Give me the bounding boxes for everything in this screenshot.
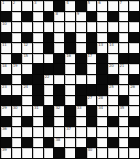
black-cell	[1, 96, 11, 106]
black-cell	[97, 85, 107, 95]
white-cell[interactable]	[65, 12, 75, 22]
black-cell	[33, 64, 43, 74]
black-cell	[33, 85, 43, 95]
white-cell[interactable]	[22, 148, 32, 158]
white-cell[interactable]	[12, 75, 22, 85]
white-cell[interactable]	[44, 148, 54, 158]
black-cell	[76, 64, 86, 74]
white-cell[interactable]	[44, 22, 54, 32]
white-cell[interactable]: 24	[22, 85, 32, 95]
black-cell	[1, 138, 11, 148]
white-cell[interactable]: 1	[1, 1, 11, 11]
white-cell[interactable]	[12, 85, 22, 95]
clue-number: 32	[55, 106, 60, 110]
black-cell	[129, 54, 139, 64]
white-cell[interactable]	[22, 64, 32, 74]
clue-number: 16	[66, 54, 71, 58]
white-cell[interactable]: 4	[65, 1, 75, 11]
white-cell[interactable]	[129, 43, 139, 53]
black-cell	[44, 64, 54, 74]
clue-number: 40	[88, 148, 93, 152]
white-cell[interactable]	[97, 117, 107, 127]
white-cell[interactable]	[87, 22, 97, 32]
black-cell	[129, 75, 139, 85]
clue-number: 15	[23, 54, 28, 58]
black-cell	[22, 117, 32, 127]
clue-number: 26	[130, 85, 135, 89]
clue-number: 37	[66, 127, 71, 131]
white-cell[interactable]: 12	[22, 43, 32, 53]
white-cell[interactable]	[12, 33, 22, 43]
white-cell[interactable]	[119, 33, 129, 43]
white-cell[interactable]	[129, 64, 139, 74]
white-cell[interactable]	[12, 43, 22, 53]
clue-number: 20	[109, 64, 114, 68]
clue-number: 21	[120, 64, 125, 68]
clue-number: 3	[34, 1, 36, 5]
black-cell	[1, 12, 11, 22]
black-cell	[129, 12, 139, 22]
white-cell[interactable]: 30	[12, 106, 22, 116]
white-cell[interactable]	[129, 22, 139, 32]
white-cell[interactable]: 9	[76, 12, 86, 22]
white-cell[interactable]	[33, 12, 43, 22]
white-cell[interactable]	[54, 127, 64, 137]
black-cell	[87, 138, 97, 148]
black-cell	[44, 106, 54, 116]
black-cell	[22, 75, 32, 85]
black-cell	[87, 117, 97, 127]
black-cell	[108, 12, 118, 22]
white-cell[interactable]	[12, 117, 22, 127]
white-cell[interactable]: 7	[119, 1, 129, 11]
white-cell[interactable]	[129, 148, 139, 158]
white-cell[interactable]	[108, 1, 118, 11]
white-cell[interactable]: 2	[12, 1, 22, 11]
black-cell	[119, 96, 129, 106]
white-cell[interactable]	[44, 85, 54, 95]
black-cell	[76, 148, 86, 158]
clue-number: 12	[23, 43, 28, 47]
white-cell[interactable]	[119, 85, 129, 95]
white-cell[interactable]	[65, 64, 75, 74]
black-cell	[54, 64, 64, 74]
clue-number: 27	[88, 96, 93, 100]
white-cell[interactable]	[44, 96, 54, 106]
clue-number: 30	[13, 106, 18, 110]
white-cell[interactable]	[119, 138, 129, 148]
clue-number: 34	[98, 106, 103, 110]
white-cell[interactable]	[76, 33, 86, 43]
white-cell[interactable]: 37	[65, 127, 75, 137]
black-cell	[1, 117, 11, 127]
clue-number: 19	[13, 64, 18, 68]
black-cell	[54, 1, 64, 11]
white-cell[interactable]: 20	[108, 64, 118, 74]
white-cell[interactable]: 39	[1, 148, 11, 158]
black-cell	[65, 106, 75, 116]
clue-number: 13	[98, 43, 103, 47]
white-cell[interactable]	[12, 127, 22, 137]
white-cell[interactable]	[108, 127, 118, 137]
white-cell[interactable]	[97, 138, 107, 148]
white-cell[interactable]	[87, 75, 97, 85]
white-cell[interactable]	[33, 127, 43, 137]
white-cell[interactable]: 33	[76, 106, 86, 116]
black-cell	[12, 96, 22, 106]
white-cell[interactable]	[119, 75, 129, 85]
black-cell	[44, 43, 54, 53]
clue-number: 23	[2, 85, 7, 89]
black-cell	[54, 148, 64, 158]
white-cell[interactable]	[44, 1, 54, 11]
clue-number: 39	[2, 148, 7, 152]
white-cell[interactable]: 38	[54, 138, 64, 148]
black-cell	[119, 54, 129, 64]
black-cell	[22, 138, 32, 148]
white-cell[interactable]: 34	[97, 106, 107, 116]
white-cell[interactable]	[1, 54, 11, 64]
clue-number: 28	[98, 96, 103, 100]
clue-number: 7	[120, 1, 122, 5]
black-cell	[44, 117, 54, 127]
clue-number: 33	[77, 106, 82, 110]
white-cell[interactable]	[108, 54, 118, 64]
black-cell	[76, 1, 86, 11]
clue-number: 10	[2, 22, 7, 26]
white-cell[interactable]: 10	[1, 22, 11, 32]
white-cell[interactable]	[129, 106, 139, 116]
clue-number: 29	[2, 106, 7, 110]
clue-number: 31	[34, 106, 39, 110]
clue-number: 18	[2, 64, 7, 68]
white-cell[interactable]	[119, 127, 129, 137]
black-cell	[44, 138, 54, 148]
black-cell	[33, 96, 43, 106]
white-cell[interactable]: 17	[87, 54, 97, 64]
white-cell[interactable]	[54, 33, 64, 43]
white-cell[interactable]	[76, 117, 86, 127]
white-cell[interactable]	[33, 138, 43, 148]
white-cell[interactable]: 40	[87, 148, 97, 158]
white-cell[interactable]: 35	[119, 106, 129, 116]
black-cell	[97, 64, 107, 74]
white-cell[interactable]	[65, 85, 75, 95]
white-cell[interactable]	[97, 12, 107, 22]
white-cell[interactable]	[65, 138, 75, 148]
white-cell[interactable]	[54, 22, 64, 32]
white-cell[interactable]	[108, 96, 118, 106]
white-cell[interactable]	[33, 43, 43, 53]
black-cell	[97, 75, 107, 85]
white-cell[interactable]	[12, 12, 22, 22]
white-cell[interactable]	[119, 148, 129, 158]
white-cell[interactable]	[54, 43, 64, 53]
black-cell	[33, 75, 43, 85]
white-cell[interactable]	[97, 127, 107, 137]
white-cell[interactable]	[108, 106, 118, 116]
clue-number: 8	[55, 12, 57, 16]
clue-number: 5	[88, 1, 90, 5]
black-cell	[44, 33, 54, 43]
white-cell[interactable]: 19	[12, 64, 22, 74]
clue-number: 22	[45, 75, 50, 79]
black-cell	[87, 106, 97, 116]
white-cell[interactable]	[33, 33, 43, 43]
black-cell	[129, 117, 139, 127]
white-cell[interactable]	[65, 22, 75, 32]
black-cell	[1, 33, 11, 43]
white-cell[interactable]: 16	[65, 54, 75, 64]
white-cell[interactable]	[76, 138, 86, 148]
white-cell[interactable]	[33, 117, 43, 127]
white-cell[interactable]: 21	[119, 64, 129, 74]
white-cell[interactable]	[76, 43, 86, 53]
black-cell	[129, 33, 139, 43]
white-cell[interactable]	[87, 64, 97, 74]
white-cell[interactable]	[97, 148, 107, 158]
white-cell[interactable]	[33, 22, 43, 32]
white-cell[interactable]	[44, 127, 54, 137]
white-cell[interactable]	[119, 117, 129, 127]
black-cell	[22, 33, 32, 43]
white-cell[interactable]	[119, 43, 129, 53]
white-cell[interactable]: 32	[54, 106, 64, 116]
white-cell[interactable]	[12, 148, 22, 158]
white-cell[interactable]: 3	[33, 1, 43, 11]
clue-number: 35	[120, 106, 125, 110]
white-cell[interactable]	[22, 96, 32, 106]
white-cell[interactable]	[22, 22, 32, 32]
black-cell	[87, 12, 97, 22]
black-cell	[108, 117, 118, 127]
black-cell	[76, 96, 86, 106]
white-cell[interactable]: 29	[1, 106, 11, 116]
black-cell	[108, 138, 118, 148]
black-cell	[87, 33, 97, 43]
clue-number: 25	[109, 85, 114, 89]
white-cell[interactable]: 36	[1, 127, 11, 137]
white-cell[interactable]: 28	[97, 96, 107, 106]
clue-number: 38	[55, 138, 60, 142]
white-cell[interactable]	[97, 33, 107, 43]
white-cell[interactable]	[65, 75, 75, 85]
clue-number: 17	[88, 54, 93, 58]
white-cell[interactable]	[108, 22, 118, 32]
white-cell[interactable]: 11	[1, 43, 11, 53]
clue-number: 36	[2, 127, 7, 131]
black-cell	[108, 75, 118, 85]
black-cell	[76, 54, 86, 64]
white-cell[interactable]: 13	[97, 43, 107, 53]
white-cell[interactable]	[76, 127, 86, 137]
clue-number: 2	[13, 1, 15, 5]
white-cell[interactable]	[119, 22, 129, 32]
white-cell[interactable]: 26	[129, 85, 139, 95]
crossword-grid: 1234567891011121314151617181920212223242…	[0, 0, 140, 159]
black-cell	[22, 12, 32, 22]
clue-number: 24	[23, 85, 28, 89]
white-cell[interactable]: 15	[22, 54, 32, 64]
white-cell[interactable]: 6	[97, 1, 107, 11]
black-cell	[1, 75, 11, 85]
black-cell	[65, 33, 75, 43]
black-cell	[54, 85, 64, 95]
white-cell[interactable]: 5	[87, 1, 97, 11]
white-cell[interactable]: 31	[33, 106, 43, 116]
clue-number: 4	[66, 1, 68, 5]
white-cell[interactable]: 8	[54, 12, 64, 22]
white-cell[interactable]	[65, 96, 75, 106]
white-cell[interactable]	[119, 12, 129, 22]
white-cell[interactable]: 27	[87, 96, 97, 106]
black-cell	[12, 54, 22, 64]
white-cell[interactable]	[54, 117, 64, 127]
black-cell	[108, 33, 118, 43]
white-cell[interactable]: 14	[108, 43, 118, 53]
clue-number: 9	[77, 12, 79, 16]
black-cell	[65, 43, 75, 53]
white-cell[interactable]	[76, 75, 86, 85]
white-cell[interactable]	[12, 22, 22, 32]
white-cell[interactable]	[54, 75, 64, 85]
white-cell[interactable]	[129, 1, 139, 11]
black-cell	[76, 85, 86, 95]
white-cell[interactable]	[129, 96, 139, 106]
white-cell[interactable]	[33, 54, 43, 64]
black-cell	[87, 85, 97, 95]
clue-number: 1	[2, 1, 4, 5]
black-cell	[54, 96, 64, 106]
black-cell	[44, 12, 54, 22]
black-cell	[65, 117, 75, 127]
white-cell[interactable]	[87, 127, 97, 137]
black-cell	[129, 138, 139, 148]
clue-number: 11	[2, 43, 7, 47]
white-cell[interactable]	[33, 148, 43, 158]
white-cell[interactable]	[22, 1, 32, 11]
white-cell[interactable]: 23	[1, 85, 11, 95]
white-cell[interactable]: 22	[44, 75, 54, 85]
white-cell[interactable]: 25	[108, 85, 118, 95]
black-cell	[87, 43, 97, 53]
white-cell[interactable]	[129, 127, 139, 137]
white-cell[interactable]	[12, 138, 22, 148]
white-cell[interactable]	[76, 22, 86, 32]
white-cell[interactable]	[44, 54, 54, 64]
white-cell[interactable]: 18	[1, 64, 11, 74]
white-cell[interactable]	[22, 127, 32, 137]
white-cell[interactable]	[65, 148, 75, 158]
clue-number: 14	[109, 43, 114, 47]
clue-number: 6	[98, 1, 100, 5]
white-cell[interactable]	[108, 148, 118, 158]
black-cell	[97, 54, 107, 64]
black-cell	[54, 54, 64, 64]
white-cell[interactable]	[97, 22, 107, 32]
white-cell[interactable]	[22, 106, 32, 116]
